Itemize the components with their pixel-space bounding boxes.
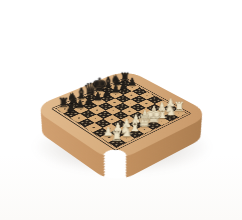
scene: ♜♞♝♛♚♝♞♜♟♟♟♟♟♟♟♟♟♟♟♟♟♟♟♟♜♞♝♛♚♝♞♜ — [0, 0, 242, 220]
chess-board-block: ♜♞♝♛♚♝♞♜♟♟♟♟♟♟♟♟♟♟♟♟♟♟♟♟♜♞♝♛♚♝♞♜ — [31, 69, 212, 163]
black-bishop: ♝ — [99, 76, 116, 90]
white-pawn: ♟ — [136, 109, 154, 120]
white-pawn: ♟ — [127, 114, 146, 125]
white-bishop: ♝ — [126, 118, 145, 134]
white-pawn: ♟ — [99, 126, 118, 138]
product-photo: ♜♞♝♛♚♝♞♜♟♟♟♟♟♟♟♟♟♟♟♟♟♟♟♟♜♞♝♛♚♝♞♜ — [0, 0, 242, 220]
white-pawn: ♟ — [145, 105, 163, 116]
black-pawn: ♟ — [98, 87, 115, 98]
white-rook: ♜ — [107, 129, 126, 143]
white-knight: ♞ — [117, 124, 136, 139]
black-pawn: ♟ — [80, 95, 98, 106]
white-pawn: ♟ — [118, 118, 137, 129]
white-bishop: ♝ — [153, 106, 171, 121]
white-queen: ♛ — [135, 112, 154, 130]
white-king: ♚ — [144, 106, 163, 126]
black-bishop: ♝ — [73, 87, 91, 102]
white-pawn: ♟ — [154, 101, 172, 112]
black-knight: ♞ — [64, 91, 82, 105]
black-pawn: ♟ — [71, 99, 89, 110]
